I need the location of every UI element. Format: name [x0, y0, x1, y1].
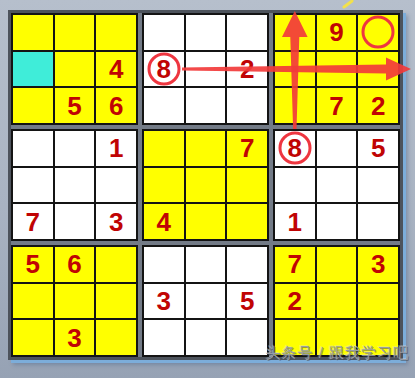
- cell-r4c5[interactable]: [186, 131, 226, 166]
- cell-r2c6[interactable]: 2: [227, 52, 267, 87]
- yellow-mark: [344, 1, 352, 7]
- cell-r2c3[interactable]: 4: [96, 52, 136, 87]
- cell-r1c4[interactable]: [144, 15, 184, 50]
- cell-r6c8[interactable]: [317, 204, 357, 239]
- cell-r1c1[interactable]: [13, 15, 53, 50]
- cell-r1c7[interactable]: [275, 15, 315, 50]
- cell-r9c6[interactable]: [227, 320, 267, 355]
- cell-r3c2[interactable]: 5: [55, 88, 95, 123]
- cell-r4c3[interactable]: 1: [96, 131, 136, 166]
- cell-r4c2[interactable]: [55, 131, 95, 166]
- cell-r1c5[interactable]: [186, 15, 226, 50]
- cell-r9c2[interactable]: 3: [55, 320, 95, 355]
- cell-r4c7[interactable]: 8: [275, 131, 315, 166]
- sudoku-board: 456829721737485156335732: [11, 13, 400, 357]
- digit: 2: [288, 288, 302, 314]
- cell-r8c1[interactable]: [13, 284, 53, 319]
- cell-r5c2[interactable]: [55, 168, 95, 203]
- cell-r4c6[interactable]: 7: [227, 131, 267, 166]
- block-7: 563: [11, 245, 138, 357]
- digit: 7: [329, 93, 343, 119]
- digit: 5: [26, 251, 40, 277]
- cell-r8c2[interactable]: [55, 284, 95, 319]
- cell-r7c9[interactable]: 3: [358, 247, 398, 282]
- cell-r7c6[interactable]: [227, 247, 267, 282]
- digit: 1: [288, 209, 302, 235]
- block-1: 456: [11, 13, 138, 125]
- digit: 3: [109, 209, 123, 235]
- cell-r8c7[interactable]: 2: [275, 284, 315, 319]
- digit: 2: [371, 93, 385, 119]
- cell-r1c2[interactable]: [55, 15, 95, 50]
- cell-r5c5[interactable]: [186, 168, 226, 203]
- cell-r3c6[interactable]: [227, 88, 267, 123]
- cell-r7c5[interactable]: [186, 247, 226, 282]
- cell-r8c8[interactable]: [317, 284, 357, 319]
- cell-r5c4[interactable]: [144, 168, 184, 203]
- digit: 4: [157, 209, 171, 235]
- cell-r2c5[interactable]: [186, 52, 226, 87]
- digit: 9: [329, 19, 343, 45]
- cell-r4c9[interactable]: 5: [358, 131, 398, 166]
- cell-r5c3[interactable]: [96, 168, 136, 203]
- cell-r6c1[interactable]: 7: [13, 204, 53, 239]
- cell-r6c4[interactable]: 4: [144, 204, 184, 239]
- cell-r7c2[interactable]: 6: [55, 247, 95, 282]
- cell-r6c9[interactable]: [358, 204, 398, 239]
- cell-r6c7[interactable]: 1: [275, 204, 315, 239]
- cell-r3c1[interactable]: [13, 88, 53, 123]
- cell-r1c6[interactable]: [227, 15, 267, 50]
- cell-r9c1[interactable]: [13, 320, 53, 355]
- cell-r4c1[interactable]: [13, 131, 53, 166]
- digit: 8: [288, 135, 302, 161]
- digit: 4: [109, 56, 123, 82]
- cell-r7c8[interactable]: [317, 247, 357, 282]
- digit: 5: [240, 288, 254, 314]
- cell-r3c3[interactable]: 6: [96, 88, 136, 123]
- digit: 6: [109, 93, 123, 119]
- red-circle-annotation: [362, 16, 395, 49]
- sudoku-board-frame: 456829721737485156335732: [8, 10, 403, 360]
- cell-r3c5[interactable]: [186, 88, 226, 123]
- cell-r7c4[interactable]: [144, 247, 184, 282]
- digit: 1: [109, 135, 123, 161]
- cell-r9c4[interactable]: [144, 320, 184, 355]
- cell-r8c6[interactable]: 5: [227, 284, 267, 319]
- cell-r5c8[interactable]: [317, 168, 357, 203]
- cell-r2c4[interactable]: 8: [144, 52, 184, 87]
- cell-r8c4[interactable]: 3: [144, 284, 184, 319]
- cell-r8c9[interactable]: [358, 284, 398, 319]
- digit: 5: [371, 135, 385, 161]
- page-background: 456829721737485156335732 头条号 / 跟我学习吧: [0, 0, 415, 378]
- cell-r4c4[interactable]: [144, 131, 184, 166]
- block-8: 35: [142, 245, 269, 357]
- block-6: 851: [273, 129, 400, 241]
- block-4: 173: [11, 129, 138, 241]
- block-2: 82: [142, 13, 269, 125]
- cell-r1c3[interactable]: [96, 15, 136, 50]
- cell-r8c5[interactable]: [186, 284, 226, 319]
- cell-r9c3[interactable]: [96, 320, 136, 355]
- cell-r5c7[interactable]: [275, 168, 315, 203]
- block-5: 74: [142, 129, 269, 241]
- cell-r5c1[interactable]: [13, 168, 53, 203]
- cell-r2c1[interactable]: [13, 52, 53, 87]
- cell-r3c9[interactable]: 2: [358, 88, 398, 123]
- watermark: 头条号 / 跟我学习吧: [265, 344, 409, 363]
- cell-r6c2[interactable]: [55, 204, 95, 239]
- cell-r6c6[interactable]: [227, 204, 267, 239]
- cell-r8c3[interactable]: [96, 284, 136, 319]
- digit: 8: [157, 56, 171, 82]
- cell-r3c8[interactable]: 7: [317, 88, 357, 123]
- cell-r5c6[interactable]: [227, 168, 267, 203]
- cell-r1c8[interactable]: 9: [317, 15, 357, 50]
- cell-r2c7[interactable]: [275, 52, 315, 87]
- cell-r2c8[interactable]: [317, 52, 357, 87]
- cell-r4c8[interactable]: [317, 131, 357, 166]
- digit: 2: [240, 56, 254, 82]
- digit: 3: [371, 251, 385, 277]
- digit: 6: [67, 251, 81, 277]
- digit: 3: [67, 325, 81, 351]
- block-9: 732: [273, 245, 400, 357]
- digit: 7: [240, 135, 254, 161]
- cell-r3c7[interactable]: [275, 88, 315, 123]
- digit: 5: [67, 93, 81, 119]
- cell-r9c5[interactable]: [186, 320, 226, 355]
- cell-r7c3[interactable]: [96, 247, 136, 282]
- cell-r2c2[interactable]: [55, 52, 95, 87]
- cell-r3c4[interactable]: [144, 88, 184, 123]
- cell-r6c3[interactable]: 3: [96, 204, 136, 239]
- cell-r1c9[interactable]: [358, 15, 398, 50]
- block-3: 972: [273, 13, 400, 125]
- digit: 3: [157, 288, 171, 314]
- cell-r6c5[interactable]: [186, 204, 226, 239]
- cell-r5c9[interactable]: [358, 168, 398, 203]
- cell-r7c7[interactable]: 7: [275, 247, 315, 282]
- digit: 7: [288, 251, 302, 277]
- cell-r2c9[interactable]: [358, 52, 398, 87]
- digit: 7: [26, 209, 40, 235]
- cell-r7c1[interactable]: 5: [13, 247, 53, 282]
